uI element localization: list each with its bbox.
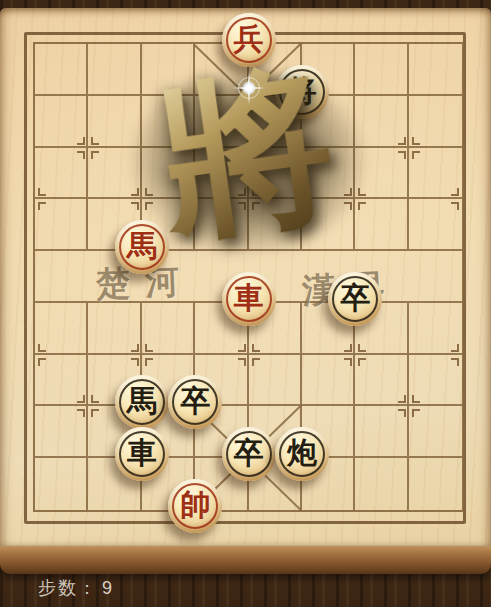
piece-character: 卒	[180, 386, 210, 416]
star-point-mark	[77, 137, 85, 145]
board-cell[interactable]	[409, 251, 462, 303]
star-point-mark	[398, 395, 406, 403]
star-point-mark	[398, 137, 406, 145]
piece-character: 卒	[234, 438, 264, 468]
star-point-mark	[412, 137, 420, 145]
star-point-mark	[358, 188, 366, 196]
star-point-mark	[344, 202, 352, 210]
star-point-mark	[38, 202, 46, 210]
star-point-mark	[91, 137, 99, 145]
board-surface: 楚河 漢界 兵将馬車卒馬卒車卒炮帥 將	[0, 8, 491, 547]
star-point-mark	[91, 395, 99, 403]
board-cell[interactable]	[35, 44, 88, 96]
star-point-mark	[145, 358, 153, 366]
xiangqi-board: 楚河 漢界 兵将馬車卒馬卒車卒炮帥 將	[0, 8, 491, 574]
piece-character: 車	[234, 283, 264, 313]
star-point-mark	[358, 344, 366, 352]
star-point-mark	[398, 409, 406, 417]
star-point-mark	[252, 202, 260, 210]
star-point-mark	[38, 358, 46, 366]
star-point-mark	[358, 202, 366, 210]
star-point-mark	[238, 188, 246, 196]
star-point-mark	[412, 151, 420, 159]
star-point-mark	[91, 151, 99, 159]
piece-red-general[interactable]: 帥	[168, 479, 222, 533]
star-point-mark	[145, 344, 153, 352]
board-cell[interactable]	[409, 44, 462, 96]
star-point-mark	[131, 358, 139, 366]
board-cell[interactable]	[142, 44, 195, 96]
piece-black-chariot[interactable]: 車	[115, 427, 169, 481]
star-point-mark	[238, 202, 246, 210]
board-cell[interactable]	[355, 458, 408, 510]
star-point-mark	[252, 358, 260, 366]
step-counter-value: 9	[102, 578, 114, 598]
star-point-mark	[145, 188, 153, 196]
star-point-mark	[77, 409, 85, 417]
piece-black-soldier[interactable]: 卒	[328, 272, 382, 326]
board-front-edge	[0, 546, 491, 574]
piece-black-general[interactable]: 将	[275, 65, 329, 119]
star-point-mark	[131, 344, 139, 352]
piece-red-chariot[interactable]: 車	[222, 272, 276, 326]
star-point-mark	[451, 188, 459, 196]
star-point-mark	[77, 395, 85, 403]
piece-character: 帥	[180, 490, 210, 520]
step-counter-label: 步数：	[38, 578, 98, 598]
star-point-mark	[131, 188, 139, 196]
star-point-mark	[451, 358, 459, 366]
star-point-mark	[451, 202, 459, 210]
star-point-mark	[252, 344, 260, 352]
piece-black-cannon[interactable]: 炮	[275, 427, 329, 481]
star-point-mark	[344, 344, 352, 352]
star-point-mark	[38, 188, 46, 196]
board-cell[interactable]	[142, 96, 195, 148]
star-point-mark	[131, 202, 139, 210]
star-point-mark	[77, 151, 85, 159]
board-cell[interactable]	[355, 44, 408, 96]
star-point-mark	[91, 409, 99, 417]
star-point-mark	[412, 409, 420, 417]
star-point-mark	[412, 395, 420, 403]
star-point-mark	[238, 358, 246, 366]
piece-character: 卒	[340, 283, 370, 313]
piece-red-soldier[interactable]: 兵	[222, 13, 276, 67]
board-cell[interactable]	[88, 44, 141, 96]
star-point-mark	[398, 151, 406, 159]
piece-black-horse[interactable]: 馬	[115, 375, 169, 429]
star-point-mark	[344, 358, 352, 366]
piece-character: 車	[127, 438, 157, 468]
piece-character: 将	[287, 76, 317, 106]
status-bar: 步数：9	[38, 576, 114, 600]
board-cell[interactable]	[35, 251, 88, 303]
board-cell[interactable]	[409, 458, 462, 510]
star-point-mark	[451, 344, 459, 352]
star-point-mark	[145, 202, 153, 210]
star-point-mark	[38, 344, 46, 352]
star-point-mark	[238, 344, 246, 352]
piece-character: 炮	[287, 438, 317, 468]
piece-character: 馬	[127, 231, 157, 261]
star-point-mark	[344, 188, 352, 196]
piece-red-horse[interactable]: 馬	[115, 220, 169, 274]
star-point-mark	[252, 188, 260, 196]
board-cell[interactable]	[35, 458, 88, 510]
piece-black-soldier[interactable]: 卒	[222, 427, 276, 481]
star-point-mark	[358, 358, 366, 366]
piece-character: 馬	[127, 386, 157, 416]
piece-character: 兵	[234, 24, 264, 54]
